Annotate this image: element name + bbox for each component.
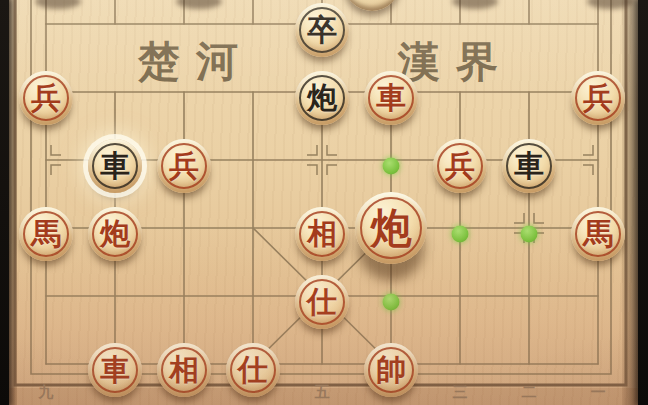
xiangqi-game-screen: 楚河 漢界 卒兵炮車兵車兵兵車馬炮相炮馬仕車相仕帥九五三二一: [0, 0, 648, 405]
move-hint-dot[interactable]: [521, 226, 538, 243]
piece-red-elephant[interactable]: 相: [295, 207, 349, 261]
move-hint-dot[interactable]: [383, 158, 400, 175]
move-hint-dot[interactable]: [383, 294, 400, 311]
piece-red-horse[interactable]: 馬: [571, 207, 625, 261]
piece-red-elephant[interactable]: 相: [157, 343, 211, 397]
piece-red-horse[interactable]: 馬: [19, 207, 73, 261]
piece-black-chariot[interactable]: 車: [502, 139, 556, 193]
board-grid: [0, 0, 648, 405]
piece-red-soldier[interactable]: 兵: [157, 139, 211, 193]
file-label-九: 九: [39, 383, 54, 402]
file-label-二: 二: [522, 383, 537, 402]
piece-red-advisor[interactable]: 仕: [295, 275, 349, 329]
piece-red-advisor[interactable]: 仕: [226, 343, 280, 397]
piece-red-chariot[interactable]: 車: [364, 71, 418, 125]
file-label-五: 五: [315, 383, 330, 402]
piece-red-soldier[interactable]: 兵: [433, 139, 487, 193]
file-label-三: 三: [453, 383, 468, 402]
file-label-一: 一: [591, 383, 606, 402]
piece-red-soldier[interactable]: 兵: [571, 71, 625, 125]
river-label-left: 楚河: [138, 34, 254, 80]
move-hint-dot[interactable]: [452, 226, 469, 243]
river-label-right: 漢界: [398, 34, 514, 80]
piece-red-chariot[interactable]: 車: [88, 343, 142, 397]
letterbox-right: [638, 0, 648, 405]
piece-red-cannon[interactable]: 炮: [88, 207, 142, 261]
piece-black-soldier[interactable]: 卒: [295, 3, 349, 57]
piece-red-cannon[interactable]: 炮: [355, 192, 427, 264]
piece-black-chariot[interactable]: 車: [88, 139, 142, 193]
piece-black-cannon[interactable]: 炮: [295, 71, 349, 125]
piece-red-general[interactable]: 帥: [364, 343, 418, 397]
piece-red-soldier[interactable]: 兵: [19, 71, 73, 125]
letterbox-left: [0, 0, 9, 405]
